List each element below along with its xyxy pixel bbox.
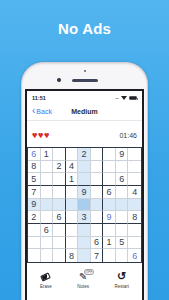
pencil-mark: ' (118, 161, 119, 166)
sudoku-cell-r2c2[interactable] (41, 161, 54, 174)
sudoku-cell-r6c8[interactable] (116, 211, 129, 224)
cell-digit: 5 (31, 174, 36, 184)
sudoku-cell-r7c9[interactable] (128, 224, 141, 237)
sudoku-cell-r4c1[interactable]: 7 (28, 186, 41, 199)
sudoku-cell-r3c2[interactable] (41, 173, 54, 186)
sudoku-cell-r3c6[interactable] (91, 173, 104, 186)
cell-digit: 6 (107, 187, 112, 197)
sudoku-cell-r3c5[interactable] (78, 173, 91, 186)
sudoku-cell-r1c1[interactable]: 6 (28, 148, 41, 161)
sudoku-cell-r9c4[interactable]: 8 (66, 249, 79, 262)
sudoku-cell-r6c2[interactable] (41, 211, 54, 224)
earpiece-speaker (72, 79, 98, 82)
sudoku-cell-r7c1[interactable] (28, 224, 41, 237)
cell-digit: 9 (119, 149, 124, 159)
pencil-mark: ' (43, 249, 44, 254)
sudoku-cell-r8c6[interactable]: 6 (91, 237, 104, 250)
sudoku-cell-r5c3[interactable] (53, 199, 66, 212)
nav-bar: ‹ Back Medium (27, 103, 142, 121)
battery-icon (129, 96, 137, 100)
sudoku-cell-r7c7[interactable] (103, 224, 116, 237)
sudoku-cell-r9c1[interactable] (28, 249, 41, 262)
pencil-mark: ' (130, 161, 131, 166)
back-label: Back (36, 108, 52, 115)
lives-hearts: ♥♥♥ (32, 130, 50, 140)
sudoku-cell-r2c3[interactable]: 2 (53, 161, 66, 174)
sudoku-cell-r5c1[interactable]: 9 (28, 199, 41, 212)
cell-digit: 8 (31, 161, 36, 171)
cell-digit: 4 (132, 187, 137, 197)
notes-toggle-badge: OFF (84, 269, 95, 275)
sudoku-cell-r8c5[interactable] (78, 237, 91, 250)
sudoku-cell-r8c3[interactable] (53, 237, 66, 250)
banner-title: No Ads (0, 20, 169, 37)
sudoku-cell-r2c8[interactable]: ' (116, 161, 129, 174)
cell-digit: 8 (69, 251, 74, 261)
sudoku-cell-r2c9[interactable]: ' (128, 161, 141, 174)
sensor-dot (84, 70, 86, 72)
cell-digit: 6 (56, 212, 61, 222)
sudoku-cell-r1c2[interactable]: 1 (41, 148, 54, 161)
erase-button[interactable]: Erase (40, 271, 52, 289)
sudoku-cell-r9c8[interactable] (116, 249, 129, 262)
sudoku-cell-r9c9[interactable]: 6 (128, 249, 141, 262)
sudoku-cell-r8c7[interactable]: 1 (103, 237, 116, 250)
sudoku-cell-r1c5[interactable]: 2 (78, 148, 91, 161)
sudoku-cell-r3c7[interactable] (103, 173, 116, 186)
promo-background: No Ads 11:51 ‹ Back Medium (0, 0, 169, 300)
sudoku-cell-r6c6[interactable] (91, 211, 104, 224)
restart-label: Restart (114, 284, 129, 289)
sudoku-cell-r8c2[interactable]: ' (41, 237, 54, 250)
sudoku-cell-r4c9[interactable]: 4 (128, 186, 141, 199)
game-timer: 01:46 (119, 132, 137, 139)
back-button[interactable]: ‹ Back (32, 107, 52, 116)
notes-button[interactable]: ✎ OFF Notes (77, 271, 89, 289)
sudoku-cell-r5c5[interactable] (78, 199, 91, 212)
sudoku-cell-r6c9[interactable]: 8 (128, 211, 141, 224)
sudoku-cell-r8c9[interactable] (128, 237, 141, 250)
sudoku-cell-r1c6[interactable] (91, 148, 104, 161)
erase-label: Erase (40, 284, 52, 289)
clock-time: 11:51 (32, 95, 46, 101)
sudoku-cell-r3c3[interactable] (53, 173, 66, 186)
sudoku-cell-r4c6[interactable] (91, 186, 104, 199)
cell-digit: 2 (81, 149, 86, 159)
pencil-mark: ' (43, 237, 44, 242)
sudoku-cell-r1c3[interactable] (53, 148, 66, 161)
eraser-icon (41, 271, 50, 282)
cell-digit: 9 (31, 199, 36, 209)
sudoku-cell-r9c6[interactable]: 7 (91, 249, 104, 262)
sudoku-cell-r7c3[interactable] (53, 224, 66, 237)
sudoku-cell-r7c5[interactable] (78, 224, 91, 237)
sudoku-cell-r3c9[interactable] (128, 173, 141, 186)
sudoku-cell-r2c6[interactable] (91, 161, 104, 174)
restart-button[interactable]: ↺ Restart (114, 271, 129, 289)
cell-digit: 9 (81, 187, 86, 197)
sudoku-board: 6129824''51679649263986'615'876 (27, 147, 142, 263)
cell-digit: 8 (132, 212, 137, 222)
sudoku-cell-r5c6[interactable] (91, 199, 104, 212)
cell-digit: 1 (44, 149, 49, 159)
cell-digit: 1 (69, 174, 74, 184)
sudoku-cell-r4c8[interactable] (116, 186, 129, 199)
sudoku-cell-r4c7[interactable]: 6 (103, 186, 116, 199)
sudoku-cell-r7c6[interactable] (91, 224, 104, 237)
sudoku-cell-r5c9[interactable] (128, 199, 141, 212)
sudoku-cell-r3c8[interactable]: 6 (116, 173, 129, 186)
cell-digit: 5 (119, 237, 124, 247)
status-bar: 11:51 (27, 91, 142, 103)
front-camera-icon (57, 78, 61, 82)
cell-digit: 6 (44, 225, 49, 235)
restart-icon: ↺ (117, 271, 126, 282)
sudoku-cell-r8c8[interactable]: 5 (116, 237, 129, 250)
toolbar: Erase ✎ OFF Notes ↺ Restart (27, 263, 142, 300)
sudoku-cell-r2c1[interactable]: 8 (28, 161, 41, 174)
cell-digit: 7 (94, 251, 99, 261)
sudoku-cell-r9c2[interactable]: ' (41, 249, 54, 262)
wifi-icon (121, 96, 127, 100)
sudoku-cell-r9c3[interactable] (53, 249, 66, 262)
sudoku-cell-r3c1[interactable]: 5 (28, 173, 41, 186)
cell-digit: 1 (107, 237, 112, 247)
sudoku-cell-r5c8[interactable] (116, 199, 129, 212)
sudoku-cell-r8c1[interactable] (28, 237, 41, 250)
sudoku-cell-r1c8[interactable]: 9 (116, 148, 129, 161)
status-icons (115, 96, 137, 100)
sudoku-cell-r4c2[interactable] (41, 186, 54, 199)
sudoku-cell-r4c3[interactable] (53, 186, 66, 199)
sudoku-cell-r5c4[interactable] (66, 199, 79, 212)
sudoku-cell-r6c1[interactable]: 2 (28, 211, 41, 224)
game-header: ♥♥♥ 01:46 (27, 121, 142, 147)
cell-digit: 6 (31, 149, 36, 159)
notes-label: Notes (77, 284, 89, 289)
sudoku-cell-r2c7[interactable] (103, 161, 116, 174)
signal-dash-icon (115, 98, 119, 99)
sudoku-cell-r9c7[interactable] (103, 249, 116, 262)
cell-digit: 4 (69, 161, 74, 171)
sudoku-cell-r6c5[interactable]: 3 (78, 211, 91, 224)
pencil-icon: ✎ OFF (79, 271, 87, 282)
sudoku-cell-r2c4[interactable]: 4 (66, 161, 79, 174)
sudoku-cell-r3c4[interactable]: 1 (66, 173, 79, 186)
sudoku-cell-r7c8[interactable] (116, 224, 129, 237)
chevron-left-icon: ‹ (32, 106, 35, 116)
sudoku-cell-r1c7[interactable] (103, 148, 116, 161)
sudoku-cell-r5c7[interactable] (103, 199, 116, 212)
phone-frame: 11:51 ‹ Back Medium ♥♥♥ 01:46 6129824''5… (21, 62, 148, 300)
cell-digit: 2 (31, 212, 36, 222)
sudoku-cell-r7c2[interactable]: 6 (41, 224, 54, 237)
sudoku-cell-r4c5[interactable]: 9 (78, 186, 91, 199)
cell-digit: 2 (56, 161, 61, 171)
cell-digit: 9 (107, 212, 112, 222)
cell-digit: 6 (94, 237, 99, 247)
sudoku-cell-r1c9[interactable] (128, 148, 141, 161)
cell-digit: 6 (132, 251, 137, 261)
cell-digit: 3 (81, 212, 86, 222)
sudoku-cell-r6c3[interactable]: 6 (53, 211, 66, 224)
sudoku-cell-r6c4[interactable] (66, 211, 79, 224)
sudoku-cell-r4c4[interactable] (66, 186, 79, 199)
sudoku-cell-r5c2[interactable] (41, 199, 54, 212)
sudoku-cell-r6c7[interactable]: 9 (103, 211, 116, 224)
cell-digit: 6 (119, 174, 124, 184)
sudoku-cell-r9c5[interactable] (78, 249, 91, 262)
sudoku-cell-r8c4[interactable] (66, 237, 79, 250)
app-screen: 11:51 ‹ Back Medium ♥♥♥ 01:46 6129824''5… (25, 89, 144, 300)
sudoku-cell-r7c4[interactable] (66, 224, 79, 237)
cell-digit: 7 (31, 187, 36, 197)
sudoku-cell-r2c5[interactable] (78, 161, 91, 174)
sudoku-cell-r1c4[interactable] (66, 148, 79, 161)
